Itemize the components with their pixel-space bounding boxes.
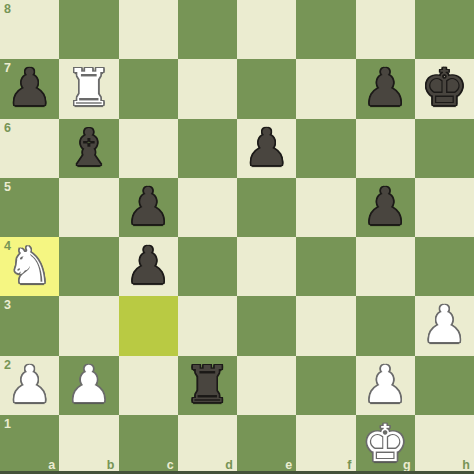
square-d8[interactable] [178, 0, 237, 59]
square-a4[interactable]: 4♞ [0, 237, 59, 296]
square-f7[interactable] [296, 59, 355, 118]
square-a5[interactable]: 5 [0, 178, 59, 237]
square-h4[interactable] [415, 237, 474, 296]
square-c1[interactable]: c [119, 415, 178, 474]
square-e7[interactable] [237, 59, 296, 118]
square-e2[interactable] [237, 356, 296, 415]
square-e3[interactable] [237, 296, 296, 355]
piece-black-rook-d2[interactable]: ♜ [185, 359, 231, 410]
square-h6[interactable] [415, 119, 474, 178]
square-d4[interactable] [178, 237, 237, 296]
square-d7[interactable] [178, 59, 237, 118]
file-label-b: b [107, 459, 115, 472]
file-label-h: h [462, 459, 470, 472]
square-h3[interactable]: ♟ [415, 296, 474, 355]
square-a1[interactable]: 1a [0, 415, 59, 474]
square-e6[interactable]: ♟ [237, 119, 296, 178]
square-h2[interactable] [415, 356, 474, 415]
piece-white-rook-b7[interactable]: ♜ [66, 62, 112, 113]
square-h5[interactable] [415, 178, 474, 237]
piece-white-pawn-g2[interactable]: ♟ [362, 359, 408, 410]
square-h7[interactable]: ♚ [415, 59, 474, 118]
square-b6[interactable]: ♝ [59, 119, 118, 178]
square-e1[interactable]: e [237, 415, 296, 474]
square-b2[interactable]: ♟ [59, 356, 118, 415]
square-d5[interactable] [178, 178, 237, 237]
piece-black-king-h7[interactable]: ♚ [422, 62, 468, 113]
piece-white-knight-a4[interactable]: ♞ [7, 240, 53, 291]
square-h8[interactable] [415, 0, 474, 59]
square-g6[interactable] [356, 119, 415, 178]
square-h1[interactable]: h [415, 415, 474, 474]
square-c3[interactable] [119, 296, 178, 355]
square-c7[interactable] [119, 59, 178, 118]
piece-black-pawn-c5[interactable]: ♟ [125, 181, 171, 232]
file-label-e: e [285, 459, 292, 472]
square-g2[interactable]: ♟ [356, 356, 415, 415]
square-g1[interactable]: g♚ [356, 415, 415, 474]
square-d3[interactable] [178, 296, 237, 355]
piece-black-bishop-b6[interactable]: ♝ [66, 122, 112, 173]
piece-black-pawn-c4[interactable]: ♟ [125, 240, 171, 291]
piece-black-pawn-e6[interactable]: ♟ [244, 122, 290, 173]
square-a3[interactable]: 3 [0, 296, 59, 355]
file-label-c: c [167, 459, 174, 472]
square-a7[interactable]: 7♟ [0, 59, 59, 118]
square-b5[interactable] [59, 178, 118, 237]
square-b4[interactable] [59, 237, 118, 296]
square-c4[interactable]: ♟ [119, 237, 178, 296]
rank-label-5: 5 [4, 181, 11, 194]
square-d1[interactable]: d [178, 415, 237, 474]
square-c8[interactable] [119, 0, 178, 59]
rank-label-8: 8 [4, 3, 11, 16]
square-b7[interactable]: ♜ [59, 59, 118, 118]
square-e8[interactable] [237, 0, 296, 59]
piece-white-king-g1[interactable]: ♚ [362, 418, 408, 469]
square-e5[interactable] [237, 178, 296, 237]
square-b8[interactable] [59, 0, 118, 59]
piece-white-pawn-a2[interactable]: ♟ [7, 359, 53, 410]
chess-board: 87♟♜♟♚6♝♟5♟♟4♞♟3♟2♟♟♜♟1abcdefg♚h [0, 0, 474, 474]
square-c5[interactable]: ♟ [119, 178, 178, 237]
square-f3[interactable] [296, 296, 355, 355]
file-label-d: d [225, 459, 233, 472]
square-d6[interactable] [178, 119, 237, 178]
file-label-a: a [48, 459, 55, 472]
piece-white-pawn-b2[interactable]: ♟ [66, 359, 112, 410]
square-b1[interactable]: b [59, 415, 118, 474]
rank-label-3: 3 [4, 299, 11, 312]
piece-white-pawn-h3[interactable]: ♟ [422, 299, 468, 350]
square-a8[interactable]: 8 [0, 0, 59, 59]
rank-label-6: 6 [4, 122, 11, 135]
square-d2[interactable]: ♜ [178, 356, 237, 415]
square-f1[interactable]: f [296, 415, 355, 474]
rank-label-1: 1 [4, 418, 11, 431]
square-f8[interactable] [296, 0, 355, 59]
square-g8[interactable] [356, 0, 415, 59]
square-g4[interactable] [356, 237, 415, 296]
square-b3[interactable] [59, 296, 118, 355]
board-grid: 87♟♜♟♚6♝♟5♟♟4♞♟3♟2♟♟♜♟1abcdefg♚h [0, 0, 474, 474]
square-g7[interactable]: ♟ [356, 59, 415, 118]
square-a6[interactable]: 6 [0, 119, 59, 178]
square-f6[interactable] [296, 119, 355, 178]
piece-black-pawn-a7[interactable]: ♟ [7, 62, 53, 113]
square-g3[interactable] [356, 296, 415, 355]
file-label-f: f [347, 459, 351, 472]
square-e4[interactable] [237, 237, 296, 296]
piece-black-pawn-g7[interactable]: ♟ [362, 62, 408, 113]
square-f4[interactable] [296, 237, 355, 296]
square-c2[interactable] [119, 356, 178, 415]
square-g5[interactable]: ♟ [356, 178, 415, 237]
square-a2[interactable]: 2♟ [0, 356, 59, 415]
square-c6[interactable] [119, 119, 178, 178]
piece-black-pawn-g5[interactable]: ♟ [362, 181, 408, 232]
square-f2[interactable] [296, 356, 355, 415]
square-f5[interactable] [296, 178, 355, 237]
